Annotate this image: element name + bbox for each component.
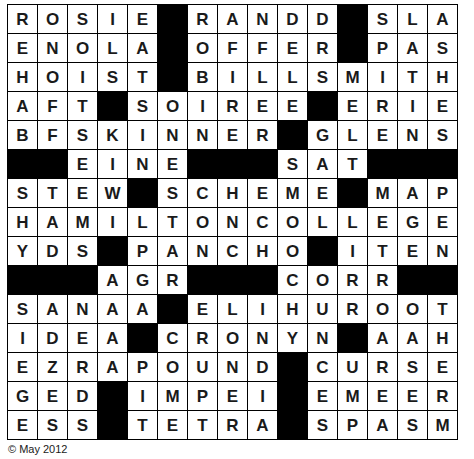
cell-r15c14[interactable]: S bbox=[398, 411, 427, 439]
block-r10c15 bbox=[428, 266, 457, 294]
cell-r1c8[interactable]: A bbox=[218, 5, 247, 33]
block-r7c5 bbox=[128, 179, 157, 207]
cell-r7c6[interactable]: S bbox=[158, 179, 187, 207]
cell-r1c13[interactable]: S bbox=[368, 5, 397, 33]
block-r6c7 bbox=[188, 150, 217, 178]
cell-r13c4[interactable]: A bbox=[98, 353, 127, 381]
cell-r7c14[interactable]: A bbox=[398, 179, 427, 207]
cell-r9c8[interactable]: C bbox=[218, 237, 247, 265]
cell-r4c1[interactable]: A bbox=[8, 92, 37, 120]
cell-r14c13[interactable]: E bbox=[368, 382, 397, 410]
cell-r5c13[interactable]: E bbox=[368, 121, 397, 149]
cell-r11c2[interactable]: A bbox=[38, 295, 67, 323]
cell-r12c1[interactable]: I bbox=[8, 324, 37, 352]
cell-r14c12[interactable]: M bbox=[338, 382, 367, 410]
cell-r12c15[interactable]: H bbox=[428, 324, 457, 352]
cell-r4c12[interactable]: E bbox=[338, 92, 367, 120]
cell-r4c14[interactable]: I bbox=[398, 92, 427, 120]
cell-r5c12[interactable]: L bbox=[338, 121, 367, 149]
cell-r10c10[interactable]: C bbox=[278, 266, 307, 294]
cell-r10c5[interactable]: G bbox=[128, 266, 157, 294]
cell-r8c14[interactable]: G bbox=[398, 208, 427, 236]
cell-r15c2[interactable]: S bbox=[38, 411, 67, 439]
cell-r4c5[interactable]: S bbox=[128, 92, 157, 120]
cell-r12c4[interactable]: A bbox=[98, 324, 127, 352]
cell-r9c13[interactable]: T bbox=[368, 237, 397, 265]
cell-r15c12[interactable]: P bbox=[338, 411, 367, 439]
cell-r10c13[interactable]: R bbox=[368, 266, 397, 294]
cell-r12c7[interactable]: R bbox=[188, 324, 217, 352]
cell-r14c3[interactable]: D bbox=[68, 382, 97, 410]
cell-r3c10[interactable]: L bbox=[278, 63, 307, 91]
cell-r3c15[interactable]: H bbox=[428, 63, 457, 91]
cell-r1c2[interactable]: O bbox=[38, 5, 67, 33]
cell-r11c14[interactable]: O bbox=[398, 295, 427, 323]
cell-r2c9[interactable]: F bbox=[248, 34, 277, 62]
cell-r13c9[interactable]: D bbox=[248, 353, 277, 381]
cell-r10c4[interactable]: A bbox=[98, 266, 127, 294]
cell-r7c2[interactable]: T bbox=[38, 179, 67, 207]
block-r14c4 bbox=[98, 382, 127, 410]
cell-r1c1[interactable]: R bbox=[8, 5, 37, 33]
cell-r15c8[interactable]: R bbox=[218, 411, 247, 439]
block-r10c14 bbox=[398, 266, 427, 294]
cell-r1c3[interactable]: S bbox=[68, 5, 97, 33]
cell-r7c4[interactable]: W bbox=[98, 179, 127, 207]
cell-r1c9[interactable]: N bbox=[248, 5, 277, 33]
cell-r5c14[interactable]: N bbox=[398, 121, 427, 149]
cell-r1c7[interactable]: R bbox=[188, 5, 217, 33]
cell-r1c10[interactable]: D bbox=[278, 5, 307, 33]
block-r14c10 bbox=[278, 382, 307, 410]
block-r12c5 bbox=[128, 324, 157, 352]
cell-r9c15[interactable]: N bbox=[428, 237, 457, 265]
cell-r3c8[interactable]: I bbox=[218, 63, 247, 91]
block-r11c6 bbox=[158, 295, 187, 323]
cell-r2c10[interactable]: E bbox=[278, 34, 307, 62]
cell-r8c1[interactable]: H bbox=[8, 208, 37, 236]
cell-r9c5[interactable]: P bbox=[128, 237, 157, 265]
cell-r15c15[interactable]: M bbox=[428, 411, 457, 439]
cell-r2c3[interactable]: O bbox=[68, 34, 97, 62]
cell-r8c11[interactable]: L bbox=[308, 208, 337, 236]
cell-r13c11[interactable]: C bbox=[308, 353, 337, 381]
block-r10c8 bbox=[218, 266, 247, 294]
cell-r2c14[interactable]: A bbox=[398, 34, 427, 62]
cell-r3c4[interactable]: S bbox=[98, 63, 127, 91]
cell-r11c11[interactable]: U bbox=[308, 295, 337, 323]
cell-r13c2[interactable]: Z bbox=[38, 353, 67, 381]
block-r5c10 bbox=[278, 121, 307, 149]
cell-r4c9[interactable]: E bbox=[248, 92, 277, 120]
cell-r15c13[interactable]: A bbox=[368, 411, 397, 439]
cell-r12c11[interactable]: N bbox=[308, 324, 337, 352]
cell-r3c3[interactable]: I bbox=[68, 63, 97, 91]
cell-r13c14[interactable]: S bbox=[398, 353, 427, 381]
cell-r9c12[interactable]: I bbox=[338, 237, 367, 265]
cell-r3c11[interactable]: S bbox=[308, 63, 337, 91]
cell-r7c10[interactable]: M bbox=[278, 179, 307, 207]
cell-r11c7[interactable]: E bbox=[188, 295, 217, 323]
cell-r1c5[interactable]: E bbox=[128, 5, 157, 33]
cell-r8c9[interactable]: C bbox=[248, 208, 277, 236]
cell-r8c12[interactable]: L bbox=[338, 208, 367, 236]
cell-r2c8[interactable]: F bbox=[218, 34, 247, 62]
cell-r13c7[interactable]: U bbox=[188, 353, 217, 381]
cell-r2c11[interactable]: R bbox=[308, 34, 337, 62]
cell-r8c6[interactable]: T bbox=[158, 208, 187, 236]
cell-r9c10[interactable]: O bbox=[278, 237, 307, 265]
cell-r11c1[interactable]: S bbox=[8, 295, 37, 323]
cell-r5c1[interactable]: B bbox=[8, 121, 37, 149]
cell-r13c5[interactable]: P bbox=[128, 353, 157, 381]
block-r9c4 bbox=[98, 237, 127, 265]
cell-r15c6[interactable]: E bbox=[158, 411, 187, 439]
cell-r12c2[interactable]: D bbox=[38, 324, 67, 352]
cell-r5c2[interactable]: F bbox=[38, 121, 67, 149]
cell-r3c2[interactable]: O bbox=[38, 63, 67, 91]
cell-r4c8[interactable]: R bbox=[218, 92, 247, 120]
cell-r6c10[interactable]: S bbox=[278, 150, 307, 178]
block-r7c12 bbox=[338, 179, 367, 207]
cell-r4c15[interactable]: E bbox=[428, 92, 457, 120]
cell-r4c6[interactable]: O bbox=[158, 92, 187, 120]
cell-r3c14[interactable]: T bbox=[398, 63, 427, 91]
cell-r8c3[interactable]: M bbox=[68, 208, 97, 236]
cell-r12c6[interactable]: C bbox=[158, 324, 187, 352]
block-r13c10 bbox=[278, 353, 307, 381]
cell-r11c10[interactable]: H bbox=[278, 295, 307, 323]
cell-r3c9[interactable]: L bbox=[248, 63, 277, 91]
cell-r8c5[interactable]: L bbox=[128, 208, 157, 236]
cell-r13c1[interactable]: E bbox=[8, 353, 37, 381]
cell-r12c9[interactable]: N bbox=[248, 324, 277, 352]
cell-r1c15[interactable]: A bbox=[428, 5, 457, 33]
cell-r12c3[interactable]: E bbox=[68, 324, 97, 352]
block-r1c12 bbox=[338, 5, 367, 33]
cell-r2c2[interactable]: N bbox=[38, 34, 67, 62]
block-r6c14 bbox=[398, 150, 427, 178]
cell-r2c15[interactable]: S bbox=[428, 34, 457, 62]
cell-r8c13[interactable]: E bbox=[368, 208, 397, 236]
cell-r6c3[interactable]: E bbox=[68, 150, 97, 178]
block-r4c11 bbox=[308, 92, 337, 120]
copyright: © May 2012 bbox=[8, 443, 67, 455]
block-r3c6 bbox=[158, 63, 187, 91]
cell-r11c9[interactable]: I bbox=[248, 295, 277, 323]
cell-r8c4[interactable]: I bbox=[98, 208, 127, 236]
cell-r10c12[interactable]: R bbox=[338, 266, 367, 294]
cell-r4c13[interactable]: R bbox=[368, 92, 397, 120]
cell-r7c3[interactable]: E bbox=[68, 179, 97, 207]
cell-r11c13[interactable]: O bbox=[368, 295, 397, 323]
cell-r9c1[interactable]: Y bbox=[8, 237, 37, 265]
cell-r3c12[interactable]: M bbox=[338, 63, 367, 91]
block-r6c1 bbox=[8, 150, 37, 178]
block-r2c6 bbox=[158, 34, 187, 62]
block-r9c11 bbox=[308, 237, 337, 265]
cell-r6c5[interactable]: N bbox=[128, 150, 157, 178]
cell-r14c14[interactable]: E bbox=[398, 382, 427, 410]
cell-r4c7[interactable]: I bbox=[188, 92, 217, 120]
cell-r7c9[interactable]: E bbox=[248, 179, 277, 207]
cell-r5c4[interactable]: K bbox=[98, 121, 127, 149]
cell-r5c9[interactable]: R bbox=[248, 121, 277, 149]
cell-r3c13[interactable]: I bbox=[368, 63, 397, 91]
cell-r11c8[interactable]: L bbox=[218, 295, 247, 323]
block-r6c8 bbox=[218, 150, 247, 178]
cell-r4c2[interactable]: F bbox=[38, 92, 67, 120]
cell-r2c7[interactable]: O bbox=[188, 34, 217, 62]
block-r15c4 bbox=[98, 411, 127, 439]
crossword-solution-page: ROSIERANDDSLAENOLAOFFERPASHOISTBILLSMITH… bbox=[0, 0, 474, 459]
crossword-grid: ROSIERANDDSLAENOLAOFFERPASHOISTBILLSMITH… bbox=[7, 4, 458, 440]
cell-r9c7[interactable]: N bbox=[188, 237, 217, 265]
cell-r3c5[interactable]: T bbox=[128, 63, 157, 91]
cell-r4c3[interactable]: T bbox=[68, 92, 97, 120]
block-r10c7 bbox=[188, 266, 217, 294]
cell-r8c15[interactable]: E bbox=[428, 208, 457, 236]
cell-r14c9[interactable]: I bbox=[248, 382, 277, 410]
cell-r12c13[interactable]: A bbox=[368, 324, 397, 352]
cell-r8c10[interactable]: O bbox=[278, 208, 307, 236]
cell-r7c11[interactable]: E bbox=[308, 179, 337, 207]
cell-r5c8[interactable]: E bbox=[218, 121, 247, 149]
cell-r8c7[interactable]: O bbox=[188, 208, 217, 236]
block-r1c6 bbox=[158, 5, 187, 33]
block-r4c4 bbox=[98, 92, 127, 120]
cell-r14c7[interactable]: P bbox=[188, 382, 217, 410]
cell-r7c15[interactable]: P bbox=[428, 179, 457, 207]
cell-r9c14[interactable]: E bbox=[398, 237, 427, 265]
cell-r14c1[interactable]: G bbox=[8, 382, 37, 410]
cell-r13c15[interactable]: E bbox=[428, 353, 457, 381]
cell-r9c6[interactable]: A bbox=[158, 237, 187, 265]
cell-r12c8[interactable]: O bbox=[218, 324, 247, 352]
cell-r6c11[interactable]: A bbox=[308, 150, 337, 178]
cell-r15c1[interactable]: E bbox=[8, 411, 37, 439]
block-r12c12 bbox=[338, 324, 367, 352]
block-r15c10 bbox=[278, 411, 307, 439]
cell-r8c8[interactable]: N bbox=[218, 208, 247, 236]
block-r10c2 bbox=[38, 266, 67, 294]
cell-r13c6[interactable]: O bbox=[158, 353, 187, 381]
cell-r1c14[interactable]: L bbox=[398, 5, 427, 33]
cell-r15c5[interactable]: T bbox=[128, 411, 157, 439]
cell-r11c5[interactable]: A bbox=[128, 295, 157, 323]
cell-r13c3[interactable]: R bbox=[68, 353, 97, 381]
block-r6c13 bbox=[368, 150, 397, 178]
cell-r1c11[interactable]: D bbox=[308, 5, 337, 33]
block-r6c9 bbox=[248, 150, 277, 178]
cell-r6c6[interactable]: E bbox=[158, 150, 187, 178]
block-r10c1 bbox=[8, 266, 37, 294]
cell-r7c13[interactable]: M bbox=[368, 179, 397, 207]
block-r6c2 bbox=[38, 150, 67, 178]
cell-r9c9[interactable]: H bbox=[248, 237, 277, 265]
block-r10c3 bbox=[68, 266, 97, 294]
cell-r14c15[interactable]: R bbox=[428, 382, 457, 410]
cell-r15c7[interactable]: T bbox=[188, 411, 217, 439]
cell-r13c8[interactable]: N bbox=[218, 353, 247, 381]
cell-r5c6[interactable]: N bbox=[158, 121, 187, 149]
cell-r5c5[interactable]: I bbox=[128, 121, 157, 149]
cell-r2c1[interactable]: E bbox=[8, 34, 37, 62]
cell-r11c12[interactable]: R bbox=[338, 295, 367, 323]
cell-r15c9[interactable]: A bbox=[248, 411, 277, 439]
cell-r8c2[interactable]: A bbox=[38, 208, 67, 236]
cell-r15c3[interactable]: S bbox=[68, 411, 97, 439]
cell-r1c4[interactable]: I bbox=[98, 5, 127, 33]
cell-r14c11[interactable]: E bbox=[308, 382, 337, 410]
cell-r5c7[interactable]: N bbox=[188, 121, 217, 149]
cell-r15c11[interactable]: S bbox=[308, 411, 337, 439]
cell-r2c13[interactable]: P bbox=[368, 34, 397, 62]
cell-r3c1[interactable]: H bbox=[8, 63, 37, 91]
cell-r9c2[interactable]: D bbox=[38, 237, 67, 265]
cell-r11c3[interactable]: N bbox=[68, 295, 97, 323]
block-r6c15 bbox=[428, 150, 457, 178]
cell-r11c4[interactable]: A bbox=[98, 295, 127, 323]
cell-r14c2[interactable]: E bbox=[38, 382, 67, 410]
cell-r5c11[interactable]: G bbox=[308, 121, 337, 149]
cell-r14c6[interactable]: M bbox=[158, 382, 187, 410]
cell-r10c6[interactable]: R bbox=[158, 266, 187, 294]
cell-r6c12[interactable]: T bbox=[338, 150, 367, 178]
cell-r3c7[interactable]: B bbox=[188, 63, 217, 91]
cell-r14c8[interactable]: E bbox=[218, 382, 247, 410]
cell-r7c8[interactable]: H bbox=[218, 179, 247, 207]
cell-r7c1[interactable]: S bbox=[8, 179, 37, 207]
cell-r2c5[interactable]: A bbox=[128, 34, 157, 62]
block-r2c12 bbox=[338, 34, 367, 62]
cell-r12c14[interactable]: A bbox=[398, 324, 427, 352]
cell-r12c10[interactable]: Y bbox=[278, 324, 307, 352]
cell-r9c3[interactable]: S bbox=[68, 237, 97, 265]
cell-r13c12[interactable]: U bbox=[338, 353, 367, 381]
cell-r5c3[interactable]: S bbox=[68, 121, 97, 149]
cell-r14c5[interactable]: I bbox=[128, 382, 157, 410]
cell-r5c15[interactable]: S bbox=[428, 121, 457, 149]
block-r10c9 bbox=[248, 266, 277, 294]
cell-r2c4[interactable]: L bbox=[98, 34, 127, 62]
cell-r11c15[interactable]: T bbox=[428, 295, 457, 323]
cell-r6c4[interactable]: I bbox=[98, 150, 127, 178]
cell-r10c11[interactable]: O bbox=[308, 266, 337, 294]
cell-r13c13[interactable]: R bbox=[368, 353, 397, 381]
cell-r4c10[interactable]: E bbox=[278, 92, 307, 120]
cell-r7c7[interactable]: C bbox=[188, 179, 217, 207]
